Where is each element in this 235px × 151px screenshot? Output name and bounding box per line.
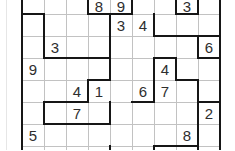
region-border-bold-h	[43, 57, 111, 59]
region-border-bold-h	[87, 79, 111, 81]
region-border-bold-h	[153, 57, 177, 59]
region-border-bold-h	[21, 13, 45, 15]
given-digit: 3	[176, 0, 198, 14]
sudoku-board: 8933436944167725831	[0, 0, 235, 150]
region-border-bold-v	[43, 101, 45, 125]
region-border-bold-h	[43, 101, 89, 103]
given-digit: 1	[88, 84, 110, 99]
given-digit: 7	[154, 84, 176, 99]
region-border-bold-h	[197, 101, 221, 103]
region-border-bold-h	[43, 123, 111, 125]
given-digit: 9	[22, 62, 44, 77]
given-digit: 5	[22, 128, 44, 143]
given-digit: 6	[198, 40, 220, 55]
given-digit: 4	[154, 62, 176, 77]
given-digit: 6	[132, 84, 154, 99]
given-digit: 3	[44, 40, 66, 55]
given-digit: 2	[198, 106, 220, 121]
given-digit: 1	[110, 147, 132, 151]
given-digit: 8	[176, 128, 198, 143]
region-border-bold-h	[131, 101, 155, 103]
given-digit: 3	[110, 18, 132, 33]
region-border-bold-v	[109, 101, 111, 125]
region-border-bold-h	[153, 145, 199, 147]
grid-line-light-v	[66, 0, 67, 150]
page-edge-line	[6, 0, 7, 150]
given-digit: 4	[66, 84, 88, 99]
given-digit: 4	[132, 18, 154, 33]
region-border-bold-h	[175, 79, 199, 81]
region-border-bold-v	[219, 0, 221, 150]
given-digit: 8	[88, 0, 110, 14]
region-border-bold-h	[153, 35, 221, 37]
grid-line-light-v	[88, 0, 89, 150]
given-digit: 3	[88, 147, 110, 151]
region-border-bold-h	[197, 57, 221, 59]
region-border-bold-v	[153, 145, 155, 150]
given-digit: 9	[110, 0, 132, 14]
given-digit: 7	[66, 106, 88, 121]
